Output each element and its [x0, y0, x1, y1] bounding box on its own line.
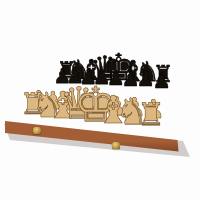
coord-rank-right-2: 2 [164, 118, 173, 121]
coord-rank-right-4: 4 [167, 104, 175, 106]
chess-set-photo: abcdefgh1122334455667788 ♜♞♝♛♚♝♞♜♟♟♟♟♟♟♟… [0, 0, 200, 200]
brass-latch-center [112, 142, 120, 149]
coord-rank-right-5: 5 [168, 98, 176, 100]
piece-black-pawn-h7: ♟ [152, 70, 171, 91]
piece-white-rook-h1: ♜ [137, 100, 165, 131]
coord-rank-right-3: 3 [166, 111, 174, 113]
brass-latch-left [33, 127, 41, 134]
